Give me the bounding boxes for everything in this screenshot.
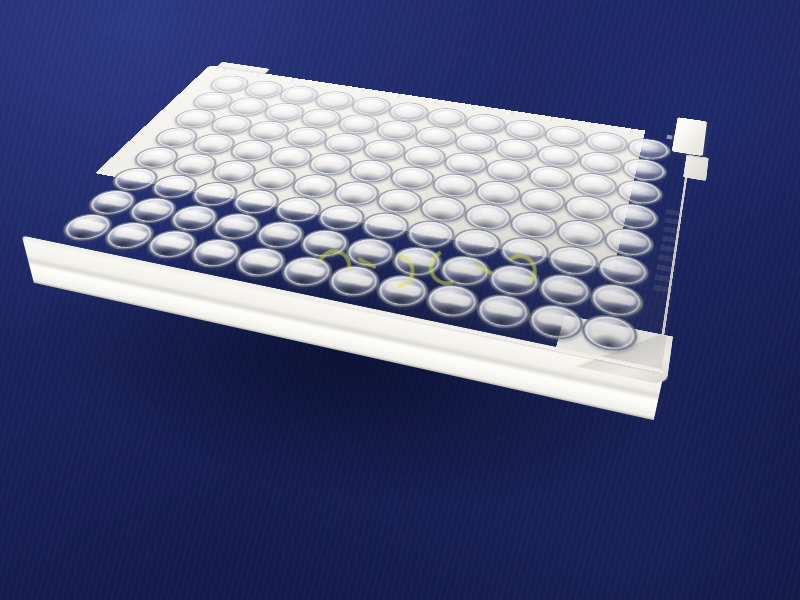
corner-ledge-far-right xyxy=(683,154,709,181)
scene xyxy=(0,0,800,600)
corner-tab-far-right xyxy=(672,117,707,156)
